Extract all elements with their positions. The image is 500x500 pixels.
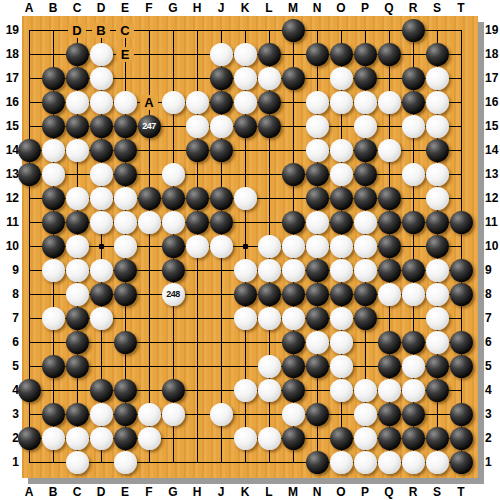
stone-black[interactable] <box>354 67 377 90</box>
stone-white[interactable] <box>42 139 65 162</box>
stone-black[interactable] <box>450 259 473 282</box>
coord-label-top: C <box>69 1 85 15</box>
stone-white[interactable] <box>66 283 89 306</box>
stone-white[interactable] <box>138 427 161 450</box>
stone-black[interactable] <box>42 211 65 234</box>
stone-black[interactable] <box>306 307 329 330</box>
stone-white[interactable] <box>66 235 89 258</box>
stone-black[interactable] <box>42 355 65 378</box>
stone-black[interactable] <box>402 331 425 354</box>
coord-label-bottom: N <box>309 485 325 499</box>
stone-black[interactable] <box>18 163 41 186</box>
stone-black[interactable] <box>402 403 425 426</box>
stone-black[interactable] <box>66 67 89 90</box>
stone-white[interactable] <box>402 283 425 306</box>
stone-white[interactable] <box>402 355 425 378</box>
go-board[interactable]: DBCEA 247248 <box>22 16 478 478</box>
coord-label-bottom: H <box>189 485 205 499</box>
stone-black[interactable] <box>378 331 401 354</box>
stone-white[interactable] <box>330 91 353 114</box>
stone-white[interactable] <box>306 91 329 114</box>
coord-label-left: 3 <box>1 406 19 422</box>
stone-black[interactable] <box>306 163 329 186</box>
stone-white[interactable] <box>66 139 89 162</box>
stone-white[interactable] <box>114 187 137 210</box>
stone-white[interactable] <box>186 235 209 258</box>
stone-black[interactable] <box>330 427 353 450</box>
stone-black[interactable] <box>42 115 65 138</box>
stone-white[interactable] <box>90 211 113 234</box>
stone-black[interactable] <box>114 163 137 186</box>
stone-white[interactable] <box>162 91 185 114</box>
stone-black[interactable] <box>282 211 305 234</box>
stone-black[interactable] <box>42 403 65 426</box>
coord-label-left: 18 <box>1 46 19 62</box>
stone-black[interactable] <box>186 139 209 162</box>
coord-label-bottom: L <box>261 485 277 499</box>
stone-black[interactable] <box>306 259 329 282</box>
stone-white[interactable] <box>90 187 113 210</box>
stone-black[interactable] <box>402 211 425 234</box>
stone-black[interactable] <box>186 187 209 210</box>
stone-black[interactable] <box>114 427 137 450</box>
coord-label-top: M <box>285 1 301 15</box>
coord-label-left: 16 <box>1 94 19 110</box>
stone-black[interactable] <box>426 139 449 162</box>
stone-black[interactable] <box>66 403 89 426</box>
stone-black[interactable] <box>234 115 257 138</box>
stone-white[interactable] <box>258 307 281 330</box>
stone-black[interactable] <box>450 283 473 306</box>
stone-black[interactable] <box>378 235 401 258</box>
stone-white[interactable] <box>234 67 257 90</box>
stone-white[interactable] <box>354 403 377 426</box>
stone-white[interactable] <box>210 115 233 138</box>
coord-label-top: P <box>357 1 373 15</box>
coord-label-bottom: F <box>141 485 157 499</box>
stone-black[interactable] <box>282 355 305 378</box>
stone-black[interactable] <box>354 283 377 306</box>
stone-black[interactable] <box>354 163 377 186</box>
coord-label-right: 16 <box>485 94 500 110</box>
stone-white[interactable] <box>258 235 281 258</box>
coord-label-top: D <box>93 1 109 15</box>
stone-black[interactable] <box>282 19 305 42</box>
coord-label-left: 10 <box>1 238 19 254</box>
stone-black[interactable] <box>162 379 185 402</box>
star-point <box>99 244 104 249</box>
stone-white[interactable] <box>210 235 233 258</box>
stone-black[interactable] <box>378 355 401 378</box>
coord-label-bottom: S <box>429 485 445 499</box>
stone-white[interactable] <box>258 355 281 378</box>
stone-black[interactable] <box>402 259 425 282</box>
stone-black[interactable] <box>210 211 233 234</box>
stone-white[interactable] <box>90 307 113 330</box>
stone-white[interactable] <box>234 91 257 114</box>
stone-black[interactable] <box>282 283 305 306</box>
stone-white[interactable] <box>402 379 425 402</box>
stone-white[interactable] <box>354 235 377 258</box>
coord-label-top: E <box>117 1 133 15</box>
stone-white[interactable] <box>378 283 401 306</box>
stone-white[interactable] <box>426 259 449 282</box>
stone-white[interactable] <box>114 451 137 474</box>
stone-white[interactable] <box>354 379 377 402</box>
stone-black[interactable] <box>114 331 137 354</box>
coord-label-right: 4 <box>485 382 500 398</box>
coord-label-bottom: C <box>69 485 85 499</box>
stone-white[interactable] <box>42 427 65 450</box>
coord-label-top: J <box>213 1 229 15</box>
stone-black[interactable] <box>378 211 401 234</box>
stone-black[interactable] <box>114 259 137 282</box>
stone-black[interactable] <box>258 43 281 66</box>
stone-white[interactable] <box>210 403 233 426</box>
grid-line-vertical <box>461 30 462 463</box>
stone-black[interactable] <box>282 379 305 402</box>
stone-white[interactable] <box>42 307 65 330</box>
stone-white[interactable] <box>162 163 185 186</box>
stone-white[interactable] <box>426 67 449 90</box>
stone-white[interactable] <box>330 355 353 378</box>
stone-black[interactable] <box>450 211 473 234</box>
stone-black[interactable] <box>378 427 401 450</box>
coord-label-left: 4 <box>1 382 19 398</box>
stone-white[interactable] <box>42 163 65 186</box>
stone-black[interactable] <box>282 427 305 450</box>
stone-white[interactable] <box>282 259 305 282</box>
stone-black[interactable] <box>306 355 329 378</box>
stone-white[interactable] <box>378 139 401 162</box>
stone-white[interactable] <box>90 91 113 114</box>
stone-black[interactable] <box>186 211 209 234</box>
coord-label-bottom: J <box>213 485 229 499</box>
coord-label-bottom: O <box>333 485 349 499</box>
stone-white[interactable] <box>354 115 377 138</box>
stone-black[interactable] <box>66 211 89 234</box>
coord-label-left: 11 <box>1 214 19 230</box>
stone-black[interactable] <box>18 139 41 162</box>
coord-label-top: K <box>237 1 253 15</box>
stone-black[interactable] <box>354 307 377 330</box>
point-label-B: B <box>92 23 110 38</box>
coord-label-top: B <box>45 1 61 15</box>
stone-white[interactable] <box>114 235 137 258</box>
stone-white[interactable] <box>90 427 113 450</box>
stone-black[interactable] <box>90 115 113 138</box>
stone-white[interactable] <box>306 115 329 138</box>
stone-black[interactable] <box>378 259 401 282</box>
coord-label-right: 12 <box>485 190 500 206</box>
stone-white[interactable] <box>66 451 89 474</box>
stone-black[interactable] <box>306 403 329 426</box>
stone-white[interactable] <box>426 91 449 114</box>
stone-black[interactable] <box>90 283 113 306</box>
stone-white[interactable] <box>306 331 329 354</box>
stone-black[interactable] <box>42 91 65 114</box>
stone-white[interactable] <box>90 163 113 186</box>
stone-black[interactable] <box>162 259 185 282</box>
stone-black[interactable] <box>306 187 329 210</box>
stone-black[interactable] <box>426 379 449 402</box>
stone-black[interactable] <box>114 403 137 426</box>
stone-white[interactable] <box>234 43 257 66</box>
stone-white[interactable] <box>426 451 449 474</box>
coord-label-left: 1 <box>1 454 19 470</box>
stone-black[interactable] <box>210 139 233 162</box>
coord-label-left: 5 <box>1 358 19 374</box>
stone-black[interactable] <box>162 187 185 210</box>
stone-white[interactable] <box>306 211 329 234</box>
coord-label-left: 15 <box>1 118 19 134</box>
coord-label-bottom: M <box>285 485 301 499</box>
stone-white[interactable] <box>354 91 377 114</box>
stone-black[interactable] <box>282 67 305 90</box>
coord-label-right: 8 <box>485 286 500 302</box>
stone-black[interactable] <box>114 283 137 306</box>
stone-white[interactable] <box>186 115 209 138</box>
stone-black[interactable] <box>426 427 449 450</box>
stone-white[interactable] <box>330 259 353 282</box>
stone-black[interactable] <box>450 451 473 474</box>
stone-black[interactable] <box>426 43 449 66</box>
coord-label-top: H <box>189 1 205 15</box>
stone-white[interactable] <box>306 235 329 258</box>
coord-label-right: 7 <box>485 310 500 326</box>
stone-white[interactable] <box>378 379 401 402</box>
stone-white[interactable] <box>426 115 449 138</box>
coord-label-right: 13 <box>485 166 500 182</box>
move-number-label: 247 <box>138 115 161 138</box>
stone-white[interactable] <box>234 379 257 402</box>
coord-label-bottom: T <box>453 485 469 499</box>
stone-black[interactable] <box>450 331 473 354</box>
stone-black[interactable] <box>450 427 473 450</box>
coord-label-bottom: B <box>45 485 61 499</box>
coord-label-left: 17 <box>1 70 19 86</box>
stone-white[interactable] <box>378 451 401 474</box>
stone-black[interactable] <box>450 355 473 378</box>
coord-label-bottom: R <box>405 485 421 499</box>
stone-white[interactable] <box>330 451 353 474</box>
stone-black[interactable] <box>426 355 449 378</box>
stone-black[interactable] <box>354 139 377 162</box>
stone-black[interactable] <box>66 355 89 378</box>
coord-label-top: Q <box>381 1 397 15</box>
stone-black[interactable] <box>330 283 353 306</box>
stone-black[interactable] <box>306 451 329 474</box>
stone-black[interactable] <box>306 43 329 66</box>
stone-black[interactable] <box>90 139 113 162</box>
stone-black[interactable] <box>66 331 89 354</box>
stone-white[interactable] <box>234 427 257 450</box>
stone-white[interactable] <box>306 139 329 162</box>
stone-white[interactable] <box>258 67 281 90</box>
stone-white[interactable] <box>186 91 209 114</box>
stone-black[interactable] <box>114 379 137 402</box>
stone-white[interactable] <box>258 259 281 282</box>
stone-black[interactable] <box>138 187 161 210</box>
stone-white[interactable] <box>90 259 113 282</box>
stone-black[interactable] <box>114 139 137 162</box>
stone-white[interactable] <box>354 427 377 450</box>
stone-black[interactable] <box>90 379 113 402</box>
stone-white[interactable] <box>114 91 137 114</box>
stone-white[interactable] <box>114 211 137 234</box>
stone-white[interactable] <box>138 403 161 426</box>
stone-white[interactable] <box>282 235 305 258</box>
stone-black[interactable] <box>258 91 281 114</box>
stone-white[interactable] <box>354 451 377 474</box>
stone-black[interactable] <box>306 283 329 306</box>
coord-label-right: 1 <box>485 454 500 470</box>
stone-black[interactable] <box>282 331 305 354</box>
stone-black[interactable] <box>42 67 65 90</box>
stone-black[interactable] <box>42 235 65 258</box>
stone-black[interactable] <box>402 427 425 450</box>
coord-label-left: 8 <box>1 286 19 302</box>
stone-black[interactable] <box>426 211 449 234</box>
coord-label-right: 5 <box>485 358 500 374</box>
stone-white[interactable] <box>378 91 401 114</box>
stone-white[interactable] <box>354 259 377 282</box>
stone-black[interactable] <box>66 115 89 138</box>
stone-black[interactable] <box>378 403 401 426</box>
coord-label-bottom: G <box>165 485 181 499</box>
stone-white[interactable] <box>354 211 377 234</box>
coord-label-top: F <box>141 1 157 15</box>
coord-label-right: 17 <box>485 70 500 86</box>
stone-black[interactable] <box>402 19 425 42</box>
stone-black[interactable] <box>354 43 377 66</box>
coord-label-top: T <box>453 1 469 15</box>
stone-white[interactable] <box>426 187 449 210</box>
stone-white[interactable] <box>234 259 257 282</box>
stone-white[interactable] <box>258 427 281 450</box>
stone-black[interactable] <box>210 67 233 90</box>
stone-white[interactable] <box>426 163 449 186</box>
point-label-E: E <box>116 47 134 62</box>
coord-label-right: 10 <box>485 238 500 254</box>
coord-label-left: 2 <box>1 430 19 446</box>
stone-black[interactable] <box>378 187 401 210</box>
go-game-diagram: ABCDEFGHJKLMNOPQRST 19181716151413121110… <box>0 0 500 500</box>
stone-white[interactable] <box>330 139 353 162</box>
stone-black[interactable] <box>354 187 377 210</box>
stone-white[interactable] <box>402 451 425 474</box>
move-number-label: 248 <box>162 283 185 306</box>
stone-white[interactable] <box>402 115 425 138</box>
coord-label-bottom: K <box>237 485 253 499</box>
stone-white[interactable] <box>66 427 89 450</box>
stone-black[interactable] <box>42 187 65 210</box>
coord-label-right: 18 <box>485 46 500 62</box>
stone-black[interactable] <box>162 235 185 258</box>
coord-label-right: 2 <box>485 430 500 446</box>
stone-white[interactable] <box>138 211 161 234</box>
coord-label-left: 12 <box>1 190 19 206</box>
stone-black[interactable] <box>378 43 401 66</box>
stone-black[interactable] <box>402 91 425 114</box>
point-label-C: C <box>116 23 134 38</box>
coord-label-left: 6 <box>1 334 19 350</box>
coord-label-bottom: Q <box>381 485 397 499</box>
stone-white[interactable] <box>162 403 185 426</box>
stone-black[interactable] <box>66 43 89 66</box>
stone-white[interactable] <box>282 403 305 426</box>
coord-label-left: 9 <box>1 262 19 278</box>
coord-label-left: 7 <box>1 310 19 326</box>
stone-white[interactable] <box>330 235 353 258</box>
stone-black[interactable] <box>18 427 41 450</box>
point-label-D: D <box>68 23 86 38</box>
stone-black[interactable] <box>426 235 449 258</box>
coord-label-right: 15 <box>485 118 500 134</box>
stone-black[interactable] <box>210 187 233 210</box>
coord-label-right: 19 <box>485 22 500 38</box>
stone-white[interactable] <box>234 307 257 330</box>
stone-black[interactable] <box>258 283 281 306</box>
stone-black[interactable] <box>450 403 473 426</box>
stone-black[interactable] <box>258 115 281 138</box>
stone-white[interactable] <box>330 163 353 186</box>
coord-label-bottom: E <box>117 485 133 499</box>
stone-white[interactable] <box>66 259 89 282</box>
coord-label-top: N <box>309 1 325 15</box>
stone-white[interactable] <box>210 43 233 66</box>
coord-label-top: S <box>429 1 445 15</box>
stone-white[interactable] <box>330 67 353 90</box>
stone-black[interactable] <box>402 67 425 90</box>
stone-black[interactable] <box>18 379 41 402</box>
stone-white[interactable] <box>330 307 353 330</box>
stone-black[interactable] <box>66 307 89 330</box>
stone-black[interactable] <box>114 115 137 138</box>
stone-white[interactable] <box>90 43 113 66</box>
stone-white[interactable] <box>90 67 113 90</box>
stone-white[interactable] <box>90 403 113 426</box>
stone-white[interactable] <box>258 379 281 402</box>
stone-white[interactable] <box>330 379 353 402</box>
stone-white[interactable] <box>402 163 425 186</box>
stone-white[interactable] <box>426 331 449 354</box>
stone-white[interactable] <box>66 187 89 210</box>
stone-black[interactable] <box>330 187 353 210</box>
stone-white[interactable] <box>66 91 89 114</box>
stone-black[interactable] <box>282 163 305 186</box>
stone-black[interactable] <box>330 211 353 234</box>
coord-label-top: G <box>165 1 181 15</box>
stone-black[interactable] <box>234 283 257 306</box>
stone-white[interactable] <box>330 331 353 354</box>
coord-label-right: 6 <box>485 334 500 350</box>
stone-white[interactable] <box>162 211 185 234</box>
coord-label-left: 13 <box>1 166 19 182</box>
coord-label-right: 9 <box>485 262 500 278</box>
coord-label-right: 3 <box>485 406 500 422</box>
stone-white[interactable] <box>234 187 257 210</box>
stone-black[interactable] <box>210 91 233 114</box>
coord-label-top: O <box>333 1 349 15</box>
stone-white[interactable] <box>426 283 449 306</box>
stone-black[interactable] <box>330 43 353 66</box>
coord-label-bottom: A <box>21 485 37 499</box>
stone-white[interactable] <box>282 307 305 330</box>
stone-white[interactable] <box>426 307 449 330</box>
coord-label-right: 14 <box>485 142 500 158</box>
stone-white[interactable] <box>42 259 65 282</box>
